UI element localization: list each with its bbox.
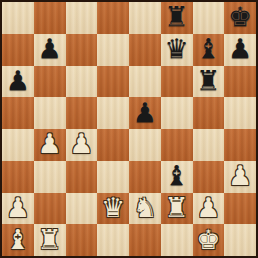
square-b8[interactable]	[34, 2, 66, 34]
square-e7[interactable]	[129, 34, 161, 66]
square-h4[interactable]	[224, 129, 256, 161]
square-e8[interactable]	[129, 2, 161, 34]
square-d1[interactable]	[97, 224, 129, 256]
square-d3[interactable]	[97, 161, 129, 193]
piece-black-rook: ♜	[196, 67, 220, 94]
square-h7[interactable]: ♟	[224, 34, 256, 66]
square-b2[interactable]	[34, 193, 66, 225]
square-h2[interactable]	[224, 193, 256, 225]
piece-black-king: ♚	[228, 3, 252, 30]
square-g3[interactable]	[193, 161, 225, 193]
square-b4[interactable]: ♟	[34, 129, 66, 161]
square-b7[interactable]: ♟	[34, 34, 66, 66]
square-d4[interactable]	[97, 129, 129, 161]
square-d2[interactable]: ♛	[97, 193, 129, 225]
piece-white-rook: ♜	[38, 226, 62, 253]
square-g4[interactable]	[193, 129, 225, 161]
square-a1[interactable]: ♝	[2, 224, 34, 256]
square-f7[interactable]: ♛	[161, 34, 193, 66]
piece-white-pawn: ♟	[228, 162, 252, 189]
piece-white-pawn: ♟	[6, 194, 30, 221]
square-b3[interactable]	[34, 161, 66, 193]
square-a8[interactable]	[2, 2, 34, 34]
square-e2[interactable]: ♞	[129, 193, 161, 225]
square-d7[interactable]	[97, 34, 129, 66]
square-a7[interactable]	[2, 34, 34, 66]
square-g6[interactable]: ♜	[193, 66, 225, 98]
square-d5[interactable]	[97, 97, 129, 129]
piece-white-pawn: ♟	[69, 130, 93, 157]
square-h5[interactable]	[224, 97, 256, 129]
piece-white-king: ♚	[196, 226, 220, 253]
piece-black-pawn: ♟	[133, 99, 157, 126]
square-e6[interactable]	[129, 66, 161, 98]
piece-white-queen: ♛	[101, 194, 125, 221]
square-b1[interactable]: ♜	[34, 224, 66, 256]
square-f5[interactable]	[161, 97, 193, 129]
square-b5[interactable]	[34, 97, 66, 129]
square-c1[interactable]	[66, 224, 98, 256]
square-e5[interactable]: ♟	[129, 97, 161, 129]
square-e4[interactable]	[129, 129, 161, 161]
square-c8[interactable]	[66, 2, 98, 34]
piece-black-bishop: ♝	[196, 35, 220, 62]
piece-black-rook: ♜	[165, 3, 189, 30]
square-h1[interactable]	[224, 224, 256, 256]
square-f6[interactable]	[161, 66, 193, 98]
square-c4[interactable]: ♟	[66, 129, 98, 161]
square-c5[interactable]	[66, 97, 98, 129]
square-d8[interactable]	[97, 2, 129, 34]
piece-black-queen: ♛	[165, 35, 189, 62]
square-g2[interactable]: ♟	[193, 193, 225, 225]
square-c2[interactable]	[66, 193, 98, 225]
square-g5[interactable]	[193, 97, 225, 129]
square-g8[interactable]	[193, 2, 225, 34]
square-h3[interactable]: ♟	[224, 161, 256, 193]
piece-black-bishop: ♝	[165, 162, 189, 189]
piece-black-pawn: ♟	[38, 35, 62, 62]
square-c6[interactable]	[66, 66, 98, 98]
square-b6[interactable]	[34, 66, 66, 98]
square-d6[interactable]	[97, 66, 129, 98]
square-c3[interactable]	[66, 161, 98, 193]
square-c7[interactable]	[66, 34, 98, 66]
piece-white-pawn: ♟	[38, 130, 62, 157]
square-g7[interactable]: ♝	[193, 34, 225, 66]
square-e3[interactable]	[129, 161, 161, 193]
square-h8[interactable]: ♚	[224, 2, 256, 34]
chess-board: ♜♚♟♛♝♟♟♜♟♟♟♝♟♟♛♞♜♟♝♜♚	[0, 0, 258, 258]
square-f2[interactable]: ♜	[161, 193, 193, 225]
piece-white-pawn: ♟	[196, 194, 220, 221]
square-a6[interactable]: ♟	[2, 66, 34, 98]
piece-white-bishop: ♝	[6, 226, 30, 253]
square-g1[interactable]: ♚	[193, 224, 225, 256]
square-a3[interactable]	[2, 161, 34, 193]
square-f3[interactable]: ♝	[161, 161, 193, 193]
piece-white-rook: ♜	[165, 194, 189, 221]
square-a2[interactable]: ♟	[2, 193, 34, 225]
square-f4[interactable]	[161, 129, 193, 161]
square-a4[interactable]	[2, 129, 34, 161]
square-f1[interactable]	[161, 224, 193, 256]
piece-black-pawn: ♟	[228, 35, 252, 62]
square-f8[interactable]: ♜	[161, 2, 193, 34]
square-h6[interactable]	[224, 66, 256, 98]
square-a5[interactable]	[2, 97, 34, 129]
piece-white-knight: ♞	[133, 194, 157, 221]
piece-black-pawn: ♟	[6, 67, 30, 94]
square-e1[interactable]	[129, 224, 161, 256]
